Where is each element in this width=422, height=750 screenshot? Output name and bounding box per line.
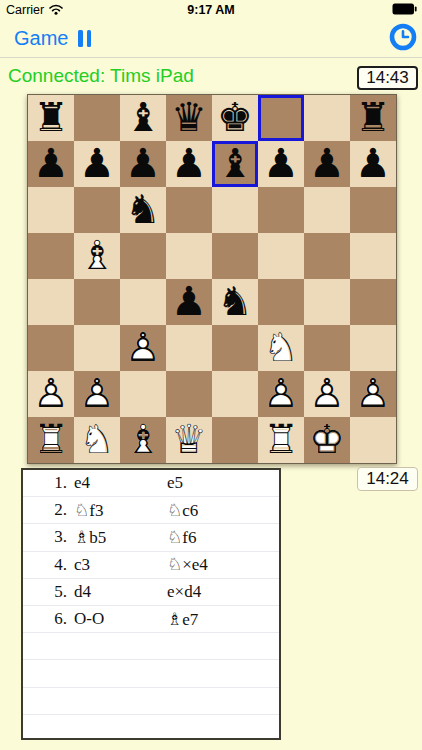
clock-icon: [389, 39, 417, 54]
square-f4[interactable]: [258, 279, 304, 325]
square-e4[interactable]: ♞: [212, 279, 258, 325]
square-f5[interactable]: [258, 233, 304, 279]
black-clock: 14:43: [357, 66, 418, 90]
square-e6[interactable]: [212, 187, 258, 233]
move-list[interactable]: 1.e4e52.♘f3♘c63.♗b5♘f64.c3♘×e45.d4e×d46.…: [21, 468, 281, 740]
square-a8[interactable]: ♜: [28, 95, 74, 141]
square-c6[interactable]: ♞: [120, 187, 166, 233]
square-g4[interactable]: [304, 279, 350, 325]
square-f8[interactable]: [258, 95, 304, 141]
square-h7[interactable]: ♟: [350, 141, 396, 187]
square-a4[interactable]: [28, 279, 74, 325]
piece-black-rook: ♜: [350, 95, 396, 141]
square-f2[interactable]: ♟♙: [258, 371, 304, 417]
piece-white-rook: ♜♖: [28, 417, 74, 463]
square-e5[interactable]: [212, 233, 258, 279]
square-c1[interactable]: ♝♗: [120, 417, 166, 463]
piece-black-king: ♚: [212, 95, 258, 141]
square-c3[interactable]: ♟♙: [120, 325, 166, 371]
piece-white-pawn: ♟♙: [258, 371, 304, 417]
move-row: 1.e4e5: [23, 470, 279, 497]
square-d2[interactable]: [166, 371, 212, 417]
square-d8[interactable]: ♛: [166, 95, 212, 141]
move-row: 3.♗b5♘f6: [23, 524, 279, 551]
piece-black-bishop: ♝: [212, 141, 258, 187]
white-clock: 14:24: [357, 467, 418, 491]
square-h5[interactable]: [350, 233, 396, 279]
move-row: [23, 688, 279, 715]
status-bar: Carrier 9:17 AM: [0, 0, 422, 20]
piece-white-pawn: ♟♙: [350, 371, 396, 417]
square-h4[interactable]: [350, 279, 396, 325]
connection-status: Connected: Tims iPad: [8, 65, 194, 87]
black-move: e5: [167, 473, 279, 493]
square-e1[interactable]: [212, 417, 258, 463]
square-a1[interactable]: ♜♖: [28, 417, 74, 463]
piece-white-queen: ♛♕: [166, 417, 212, 463]
square-b2[interactable]: ♟♙: [74, 371, 120, 417]
square-g6[interactable]: [304, 187, 350, 233]
white-move: c3: [74, 555, 167, 575]
status-time: 9:17 AM: [0, 3, 422, 17]
square-g7[interactable]: ♟: [304, 141, 350, 187]
square-d6[interactable]: [166, 187, 212, 233]
white-move: d4: [74, 582, 167, 602]
square-g5[interactable]: [304, 233, 350, 279]
square-c8[interactable]: ♝: [120, 95, 166, 141]
square-c2[interactable]: [120, 371, 166, 417]
move-number: 1.: [23, 473, 67, 493]
move-number: 5.: [23, 582, 67, 602]
square-h8[interactable]: ♜: [350, 95, 396, 141]
move-number: 3.: [23, 527, 67, 547]
square-a5[interactable]: [28, 233, 74, 279]
piece-white-pawn: ♟♙: [74, 371, 120, 417]
square-g3[interactable]: [304, 325, 350, 371]
white-move: O-O: [74, 609, 167, 629]
square-e7[interactable]: ♝: [212, 141, 258, 187]
piece-white-pawn: ♟♙: [304, 371, 350, 417]
piece-black-pawn: ♟: [350, 141, 396, 187]
black-move: ♘c6: [167, 500, 279, 521]
square-d3[interactable]: [166, 325, 212, 371]
white-move: e4: [74, 473, 167, 493]
square-h6[interactable]: [350, 187, 396, 233]
black-move: ♗e7: [167, 609, 279, 630]
square-d7[interactable]: ♟: [166, 141, 212, 187]
black-move: ♘f6: [167, 527, 279, 548]
piece-white-rook: ♜♖: [258, 417, 304, 463]
move-number: 4.: [23, 555, 67, 575]
piece-black-pawn: ♟: [28, 141, 74, 187]
piece-black-pawn: ♟: [166, 279, 212, 325]
move-row: 2.♘f3♘c6: [23, 497, 279, 524]
square-b8[interactable]: [74, 95, 120, 141]
piece-black-queen: ♛: [166, 95, 212, 141]
move-row: 5.d4e×d4: [23, 579, 279, 606]
piece-white-king: ♚♔: [304, 417, 350, 463]
square-d1[interactable]: ♛♕: [166, 417, 212, 463]
square-c7[interactable]: ♟: [120, 141, 166, 187]
square-d4[interactable]: ♟: [166, 279, 212, 325]
square-e8[interactable]: ♚: [212, 95, 258, 141]
square-a6[interactable]: [28, 187, 74, 233]
square-b3[interactable]: [74, 325, 120, 371]
piece-black-pawn: ♟: [258, 141, 304, 187]
square-f3[interactable]: ♞♘: [258, 325, 304, 371]
chess-board: ♜♝♛♚♜♟♟♟♟♝♟♟♟♞♝♗♟♞♟♙♞♘♟♙♟♙♟♙♟♙♟♙♜♖♞♘♝♗♛♕…: [27, 94, 397, 464]
piece-black-bishop: ♝: [120, 95, 166, 141]
black-move: ♘×e4: [167, 554, 279, 575]
move-row: [23, 715, 279, 740]
square-b4[interactable]: [74, 279, 120, 325]
nav-bar: Game: [0, 20, 422, 58]
piece-black-pawn: ♟: [166, 141, 212, 187]
square-c5[interactable]: [120, 233, 166, 279]
square-h3[interactable]: [350, 325, 396, 371]
square-g2[interactable]: ♟♙: [304, 371, 350, 417]
move-number: 6.: [23, 609, 67, 629]
white-move: ♗b5: [74, 527, 167, 548]
piece-black-rook: ♜: [28, 95, 74, 141]
square-c4[interactable]: [120, 279, 166, 325]
square-a7[interactable]: ♟: [28, 141, 74, 187]
piece-white-knight: ♞♘: [258, 325, 304, 371]
piece-black-pawn: ♟: [74, 141, 120, 187]
square-b6[interactable]: [74, 187, 120, 233]
square-e3[interactable]: [212, 325, 258, 371]
move-row: 4.c3♘×e4: [23, 552, 279, 579]
square-g8[interactable]: [304, 95, 350, 141]
square-f1[interactable]: ♜♖: [258, 417, 304, 463]
piece-black-pawn: ♟: [120, 141, 166, 187]
pause-icon: [78, 30, 83, 47]
square-e2[interactable]: [212, 371, 258, 417]
move-row: [23, 633, 279, 660]
square-g1[interactable]: ♚♔: [304, 417, 350, 463]
move-row: 6.O-O♗e7: [23, 606, 279, 633]
square-b7[interactable]: ♟: [74, 141, 120, 187]
square-h2[interactable]: ♟♙: [350, 371, 396, 417]
piece-white-pawn: ♟♙: [28, 371, 74, 417]
square-a2[interactable]: ♟♙: [28, 371, 74, 417]
piece-black-knight: ♞: [120, 187, 166, 233]
piece-black-knight: ♞: [212, 279, 258, 325]
square-f6[interactable]: [258, 187, 304, 233]
square-f7[interactable]: ♟: [258, 141, 304, 187]
piece-white-pawn: ♟♙: [120, 325, 166, 371]
piece-white-knight: ♞♘: [74, 417, 120, 463]
square-d5[interactable]: [166, 233, 212, 279]
square-h1[interactable]: [350, 417, 396, 463]
square-b5[interactable]: ♝♗: [74, 233, 120, 279]
game-back-button[interactable]: Game: [14, 27, 68, 50]
move-row: [23, 660, 279, 687]
clock-settings-button[interactable]: [389, 23, 417, 51]
pause-button[interactable]: [78, 30, 94, 47]
piece-white-bishop: ♝♗: [74, 233, 120, 279]
piece-white-bishop: ♝♗: [120, 417, 166, 463]
square-b1[interactable]: ♞♘: [74, 417, 120, 463]
piece-black-pawn: ♟: [304, 141, 350, 187]
black-move: e×d4: [167, 582, 279, 602]
battery-full-icon: [392, 3, 417, 18]
move-number: 2.: [23, 500, 67, 520]
white-move: ♘f3: [74, 500, 167, 521]
square-a3[interactable]: [28, 325, 74, 371]
